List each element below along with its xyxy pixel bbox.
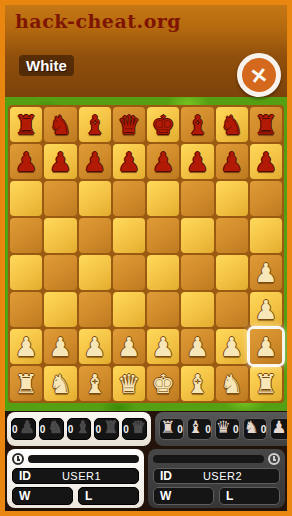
- square-g2[interactable]: ♟: [216, 329, 248, 364]
- white-rook[interactable]: ♜: [254, 371, 277, 397]
- square-a4[interactable]: [10, 255, 42, 290]
- id-label: ID: [160, 469, 172, 483]
- square-a6[interactable]: [10, 181, 42, 216]
- square-h3[interactable]: ♟: [250, 292, 282, 327]
- square-h6[interactable]: [250, 181, 282, 216]
- square-b1[interactable]: ♞: [44, 366, 76, 401]
- player-cards: ID USER1 W L ID USER2 W L: [5, 447, 287, 511]
- capture-count: 0: [40, 424, 46, 435]
- white-pawn[interactable]: ♟: [83, 334, 106, 360]
- square-b5[interactable]: [44, 218, 76, 253]
- player-card-user2: ID USER2 W L: [148, 449, 285, 508]
- wl-row-user2: W L: [153, 487, 280, 505]
- red-rook[interactable]: ♜: [254, 112, 277, 138]
- white-king[interactable]: ♚: [151, 371, 174, 397]
- square-h1[interactable]: ♜: [250, 366, 282, 401]
- captured-rook-badge: 0♜: [159, 418, 184, 440]
- red-pawn[interactable]: ♟: [117, 149, 140, 175]
- captured-bishop-badge: 0♝: [187, 418, 212, 440]
- square-c3[interactable]: [79, 292, 111, 327]
- captured-pawn-badge: 0♟: [270, 418, 292, 440]
- wins-label: W: [19, 489, 30, 503]
- red-bishop[interactable]: ♝: [186, 112, 209, 138]
- timer-track: [28, 455, 139, 463]
- username: USER2: [172, 470, 273, 482]
- square-c7[interactable]: ♟: [79, 144, 111, 179]
- square-d2[interactable]: ♟: [113, 329, 145, 364]
- square-a2[interactable]: ♟: [10, 329, 42, 364]
- red-pawn[interactable]: ♟: [220, 149, 243, 175]
- white-rook-icon: ♜: [160, 419, 175, 436]
- white-pawn[interactable]: ♟: [117, 334, 140, 360]
- black-rook-icon: ♜: [103, 419, 118, 436]
- square-b3[interactable]: [44, 292, 76, 327]
- square-a3[interactable]: [10, 292, 42, 327]
- red-pawn[interactable]: ♟: [49, 149, 72, 175]
- username: USER1: [31, 470, 132, 482]
- id-row-user2: ID USER2: [153, 468, 280, 484]
- square-c5[interactable]: [79, 218, 111, 253]
- square-e8[interactable]: ♚: [147, 107, 179, 142]
- red-pawn[interactable]: ♟: [151, 149, 174, 175]
- header: hack-cheat.org White ✕: [5, 5, 287, 97]
- square-e7[interactable]: ♟: [147, 144, 179, 179]
- timer-track: [153, 455, 264, 463]
- square-c1[interactable]: ♝: [79, 366, 111, 401]
- white-pawn[interactable]: ♟: [254, 334, 277, 360]
- clock-icon: [12, 453, 24, 465]
- square-d8[interactable]: ♛: [113, 107, 145, 142]
- square-e1[interactable]: ♚: [147, 366, 179, 401]
- white-bishop[interactable]: ♝: [83, 371, 106, 397]
- captured-queen-badge: 0♛: [215, 418, 240, 440]
- square-a8[interactable]: ♜: [10, 107, 42, 142]
- white-pawn[interactable]: ♟: [254, 297, 277, 323]
- square-d6[interactable]: [113, 181, 145, 216]
- square-e5[interactable]: [147, 218, 179, 253]
- timer-row-user2: [153, 453, 280, 465]
- square-d1[interactable]: ♛: [113, 366, 145, 401]
- square-b2[interactable]: ♟: [44, 329, 76, 364]
- capture-count: 0: [177, 424, 183, 435]
- white-pawn[interactable]: ♟: [151, 334, 174, 360]
- square-f8[interactable]: ♝: [181, 107, 213, 142]
- black-captures-tray: 0♟0♞0♝0♜0♛: [7, 412, 151, 446]
- square-d7[interactable]: ♟: [113, 144, 145, 179]
- white-captures-tray: 0♜0♝0♛0♞0♟: [155, 412, 292, 446]
- square-h8[interactable]: ♜: [250, 107, 282, 142]
- capture-trays: 0♟0♞0♝0♜0♛ 0♜0♝0♛0♞0♟: [5, 411, 287, 447]
- white-knight-icon: ♞: [244, 419, 259, 436]
- wl-row-user1: W L: [12, 487, 139, 505]
- white-pawn[interactable]: ♟: [254, 260, 277, 286]
- black-queen-icon: ♛: [131, 419, 146, 436]
- white-pawn[interactable]: ♟: [220, 334, 243, 360]
- square-a7[interactable]: ♟: [10, 144, 42, 179]
- red-pawn[interactable]: ♟: [186, 149, 209, 175]
- square-b4[interactable]: [44, 255, 76, 290]
- red-queen[interactable]: ♛: [117, 112, 140, 138]
- square-d4[interactable]: [113, 255, 145, 290]
- close-button[interactable]: ✕: [237, 53, 281, 97]
- chess-board: ♜♞♝♛♚♝♞♜♟♟♟♟♟♟♟♟♟♟♟♟♟♟♟♟♟♟♜♞♝♛♚♝♞♜: [8, 105, 284, 403]
- square-f7[interactable]: ♟: [181, 144, 213, 179]
- white-pawn[interactable]: ♟: [49, 334, 72, 360]
- square-f5[interactable]: [181, 218, 213, 253]
- losses-field: L: [219, 487, 280, 505]
- square-e4[interactable]: [147, 255, 179, 290]
- square-d3[interactable]: [113, 292, 145, 327]
- id-label: ID: [19, 469, 31, 483]
- capture-count: 0: [95, 424, 101, 435]
- square-h7[interactable]: ♟: [250, 144, 282, 179]
- square-e3[interactable]: [147, 292, 179, 327]
- red-bishop[interactable]: ♝: [83, 112, 106, 138]
- square-g8[interactable]: ♞: [216, 107, 248, 142]
- square-g1[interactable]: ♞: [216, 366, 248, 401]
- losses-label: L: [85, 489, 92, 503]
- losses-label: L: [226, 489, 233, 503]
- white-bishop[interactable]: ♝: [186, 371, 209, 397]
- white-bishop-icon: ♝: [188, 419, 203, 436]
- white-pawn[interactable]: ♟: [186, 334, 209, 360]
- grass-background: ♜♞♝♛♚♝♞♜♟♟♟♟♟♟♟♟♟♟♟♟♟♟♟♟♟♟♜♞♝♛♚♝♞♜: [5, 97, 287, 411]
- white-pawn-icon: ♟: [271, 419, 286, 436]
- clock-icon: [268, 453, 280, 465]
- square-c2[interactable]: ♟: [79, 329, 111, 364]
- turn-indicator: White: [19, 55, 74, 76]
- capture-count: 0: [12, 424, 18, 435]
- white-knight[interactable]: ♞: [49, 371, 72, 397]
- captured-pawn-badge: 0♟: [11, 418, 36, 440]
- capture-count: 0: [68, 424, 74, 435]
- wins-field: W: [12, 487, 73, 505]
- square-f1[interactable]: ♝: [181, 366, 213, 401]
- red-pawn[interactable]: ♟: [254, 149, 277, 175]
- black-knight-icon: ♞: [47, 419, 62, 436]
- red-knight[interactable]: ♞: [49, 112, 72, 138]
- captured-bishop-badge: 0♝: [67, 418, 92, 440]
- red-pawn[interactable]: ♟: [14, 149, 37, 175]
- capture-count: 0: [261, 424, 267, 435]
- square-e2[interactable]: ♟: [147, 329, 179, 364]
- square-h4[interactable]: ♟: [250, 255, 282, 290]
- capture-count: 0: [205, 424, 211, 435]
- wins-label: W: [160, 489, 171, 503]
- red-knight[interactable]: ♞: [220, 112, 243, 138]
- square-a5[interactable]: [10, 218, 42, 253]
- square-g3[interactable]: [216, 292, 248, 327]
- brand-text: hack-cheat.org: [5, 5, 287, 32]
- black-bishop-icon: ♝: [75, 419, 90, 436]
- square-b8[interactable]: ♞: [44, 107, 76, 142]
- square-g6[interactable]: [216, 181, 248, 216]
- square-b7[interactable]: ♟: [44, 144, 76, 179]
- white-rook[interactable]: ♜: [14, 371, 37, 397]
- captured-knight-badge: 0♞: [39, 418, 64, 440]
- square-f6[interactable]: [181, 181, 213, 216]
- captured-queen-badge: 0♛: [122, 418, 147, 440]
- square-c6[interactable]: [79, 181, 111, 216]
- captured-knight-badge: 0♞: [243, 418, 268, 440]
- square-g7[interactable]: ♟: [216, 144, 248, 179]
- square-c4[interactable]: [79, 255, 111, 290]
- wins-field: W: [153, 487, 214, 505]
- square-e6[interactable]: [147, 181, 179, 216]
- black-pawn-icon: ♟: [20, 419, 35, 436]
- player-card-user1: ID USER1 W L: [7, 449, 144, 508]
- square-h2[interactable]: ♟: [250, 329, 282, 364]
- square-f2[interactable]: ♟: [181, 329, 213, 364]
- timer-row-user1: [12, 453, 139, 465]
- capture-count: 0: [289, 424, 292, 435]
- captured-rook-badge: 0♜: [94, 418, 119, 440]
- white-queen[interactable]: ♛: [117, 371, 140, 397]
- white-knight[interactable]: ♞: [220, 371, 243, 397]
- close-icon: ✕: [249, 63, 269, 86]
- red-king[interactable]: ♚: [151, 112, 174, 138]
- square-d5[interactable]: [113, 218, 145, 253]
- red-pawn[interactable]: ♟: [83, 149, 106, 175]
- square-c8[interactable]: ♝: [79, 107, 111, 142]
- square-g5[interactable]: [216, 218, 248, 253]
- square-g4[interactable]: [216, 255, 248, 290]
- capture-count: 0: [123, 424, 129, 435]
- red-rook[interactable]: ♜: [14, 112, 37, 138]
- losses-field: L: [78, 487, 139, 505]
- white-pawn[interactable]: ♟: [14, 334, 37, 360]
- app-window: hack-cheat.org White ✕ ♜♞♝♛♚♝♞♜♟♟♟♟♟♟♟♟♟…: [0, 0, 292, 516]
- square-f4[interactable]: [181, 255, 213, 290]
- square-f3[interactable]: [181, 292, 213, 327]
- square-b6[interactable]: [44, 181, 76, 216]
- capture-count: 0: [233, 424, 239, 435]
- white-queen-icon: ♛: [216, 419, 231, 436]
- square-h5[interactable]: [250, 218, 282, 253]
- square-a1[interactable]: ♜: [10, 366, 42, 401]
- id-row-user1: ID USER1: [12, 468, 139, 484]
